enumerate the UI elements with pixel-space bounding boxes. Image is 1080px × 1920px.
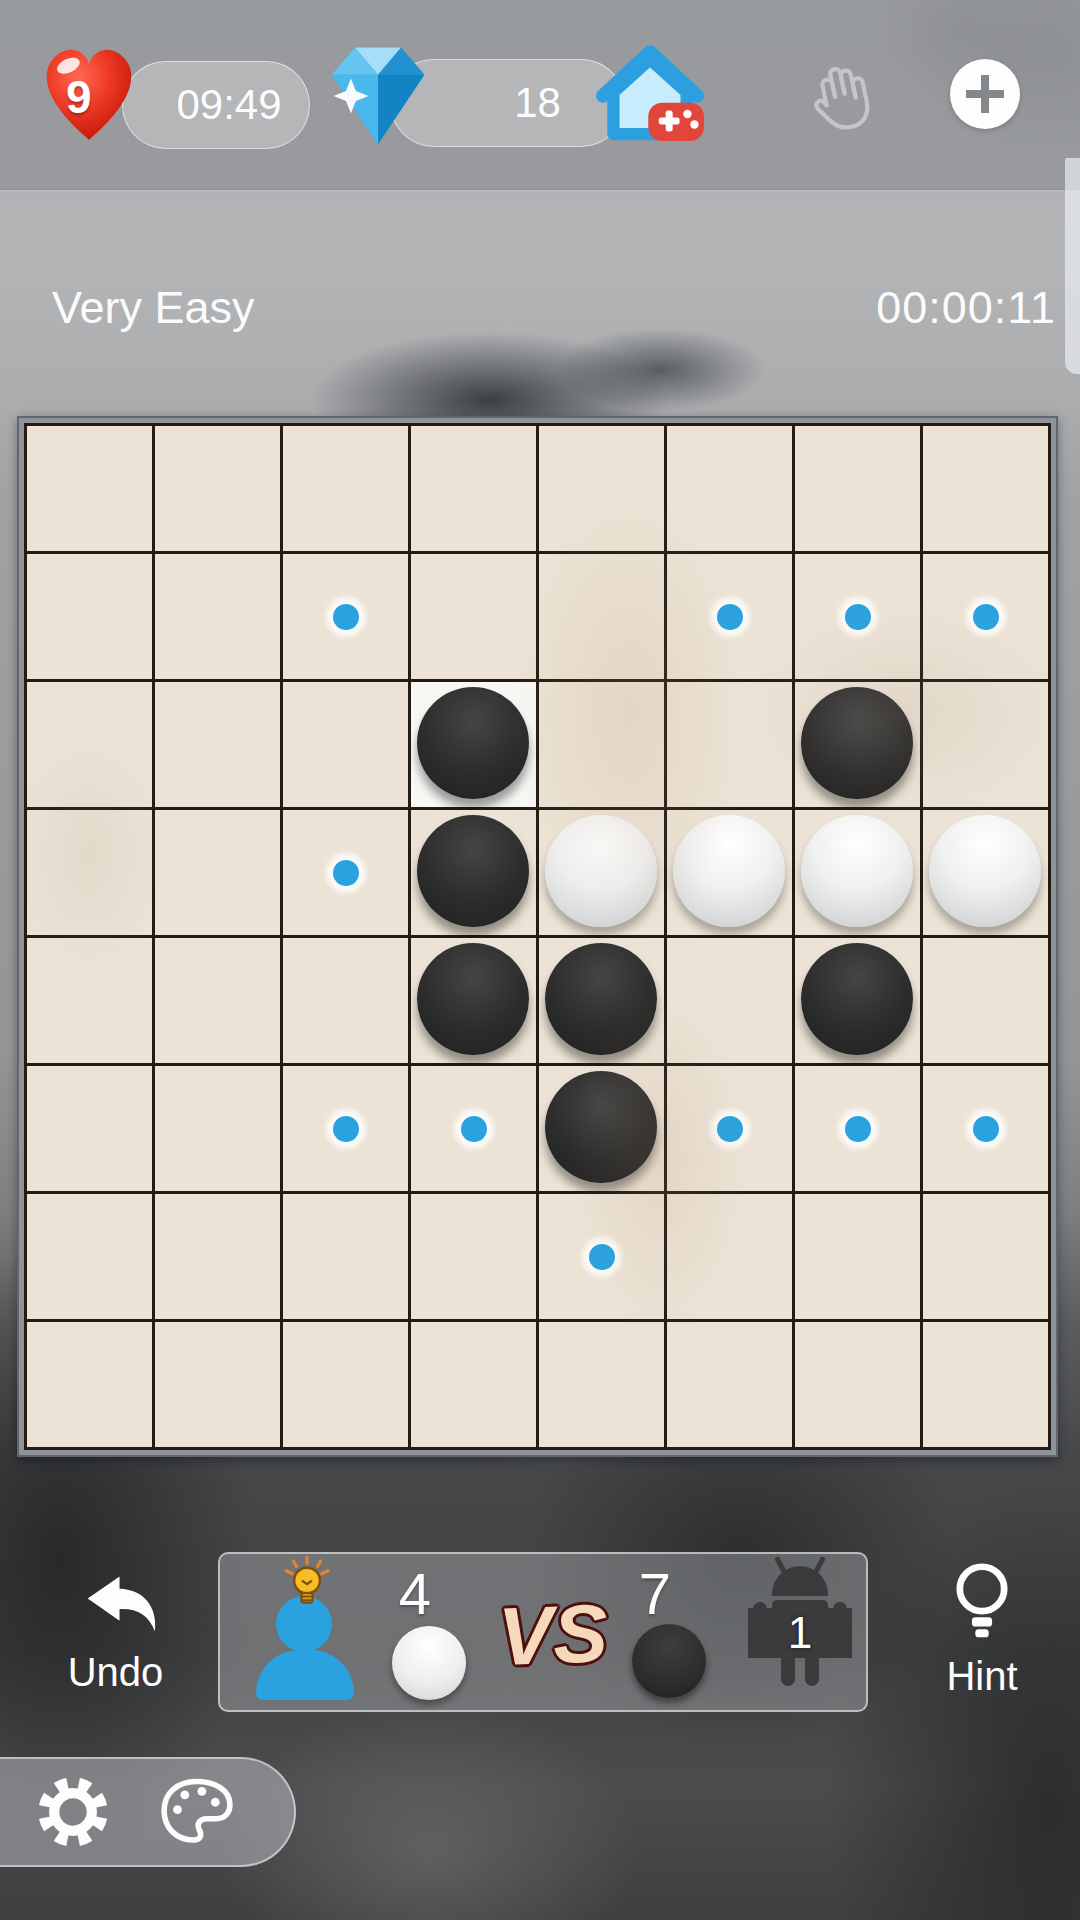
board-cell-g3[interactable] [795, 682, 920, 807]
board-cell-a1[interactable] [27, 426, 152, 551]
board-cell-e4[interactable] [539, 810, 664, 935]
board-cell-a7[interactable] [27, 1194, 152, 1319]
board-cell-f1[interactable] [667, 426, 792, 551]
white-disc-h4 [929, 815, 1041, 927]
board-cell-d4[interactable] [411, 810, 536, 935]
board-cell-c6[interactable] [283, 1066, 408, 1191]
board-cell-d7[interactable] [411, 1194, 536, 1319]
difficulty-label: Very Easy [52, 282, 255, 334]
black-disc-d3 [417, 687, 529, 799]
board-cell-a5[interactable] [27, 938, 152, 1063]
board-cell-h2[interactable] [923, 554, 1048, 679]
board-cell-c7[interactable] [283, 1194, 408, 1319]
board-cell-b8[interactable] [155, 1322, 280, 1447]
palette-icon[interactable] [158, 1773, 236, 1851]
scrollbar[interactable] [1065, 158, 1080, 374]
black-disc-e6 [545, 1071, 657, 1183]
undo-label: Undo [48, 1650, 183, 1695]
android-robot-icon: 1 [748, 1564, 852, 1700]
game-timer: 00:00:11 [876, 282, 1056, 334]
legal-move-dot-c2[interactable] [333, 604, 359, 630]
board-cell-g7[interactable] [795, 1194, 920, 1319]
board-cell-b5[interactable] [155, 938, 280, 1063]
board-cell-f7[interactable] [667, 1194, 792, 1319]
board-cell-d2[interactable] [411, 554, 536, 679]
legal-move-dot-f2[interactable] [717, 604, 743, 630]
board-cell-d8[interactable] [411, 1322, 536, 1447]
lives-count: 9 [66, 70, 92, 124]
board-cell-c2[interactable] [283, 554, 408, 679]
board-cell-c4[interactable] [283, 810, 408, 935]
board-cell-f2[interactable] [667, 554, 792, 679]
black-score: 7 [620, 1560, 690, 1627]
board-cell-h8[interactable] [923, 1322, 1048, 1447]
board-cell-e7[interactable] [539, 1194, 664, 1319]
vs-label: VS [476, 1577, 630, 1692]
board-cell-h4[interactable] [923, 810, 1048, 935]
hint-bulb-icon [947, 1558, 1017, 1644]
board-cell-f3[interactable] [667, 682, 792, 807]
board-cell-d1[interactable] [411, 426, 536, 551]
home-game-icon[interactable] [594, 40, 706, 148]
legal-move-dot-c6[interactable] [333, 1116, 359, 1142]
ai-level: 1 [748, 1608, 852, 1658]
lives-timer-label: 09:49 [176, 81, 281, 129]
legal-move-dot-g2[interactable] [845, 604, 871, 630]
gamepad-icon [648, 103, 704, 141]
tools-pill [0, 1757, 296, 1867]
person-with-idea-icon [246, 1562, 362, 1704]
black-disc-g3 [801, 687, 913, 799]
legal-move-dot-d6[interactable] [461, 1116, 487, 1142]
black-disc-e5 [545, 943, 657, 1055]
white-disc-e4 [545, 815, 657, 927]
board-cell-d6[interactable] [411, 1066, 536, 1191]
legal-move-dot-c4[interactable] [333, 860, 359, 886]
diamond-icon[interactable] [316, 36, 440, 152]
black-score-disc [632, 1624, 706, 1698]
white-score-disc [392, 1626, 466, 1700]
legal-move-dot-h2[interactable] [973, 604, 999, 630]
board-cell-a2[interactable] [27, 554, 152, 679]
board-cell-e5[interactable] [539, 938, 664, 1063]
board-cell-g6[interactable] [795, 1066, 920, 1191]
settings-gear-icon[interactable] [32, 1771, 114, 1853]
board-cell-h6[interactable] [923, 1066, 1048, 1191]
board-cell-a4[interactable] [27, 810, 152, 935]
board-cell-b4[interactable] [155, 810, 280, 935]
idea-bulb-icon [282, 1556, 332, 1610]
white-score: 4 [380, 1560, 450, 1627]
board-cell-e8[interactable] [539, 1322, 664, 1447]
board-cell-a8[interactable] [27, 1322, 152, 1447]
robot-leg [805, 1658, 819, 1686]
person-body [256, 1650, 354, 1700]
board-cell-a6[interactable] [27, 1066, 152, 1191]
undo-arrow-icon [70, 1566, 162, 1640]
board-cell-f4[interactable] [667, 810, 792, 935]
board-cell-f8[interactable] [667, 1322, 792, 1447]
hint-button[interactable]: Hint [912, 1558, 1052, 1699]
white-disc-g4 [801, 815, 913, 927]
black-disc-d5 [417, 943, 529, 1055]
board-cell-f5[interactable] [667, 938, 792, 1063]
board-cell-g1[interactable] [795, 426, 920, 551]
board-cell-g2[interactable] [795, 554, 920, 679]
board-cell-c8[interactable] [283, 1322, 408, 1447]
board-cell-a3[interactable] [27, 682, 152, 807]
versus-panel: 4 VS 7 1 [218, 1552, 868, 1712]
board-cell-e3[interactable] [539, 682, 664, 807]
board-cell-f6[interactable] [667, 1066, 792, 1191]
board-cell-d5[interactable] [411, 938, 536, 1063]
board-cell-b6[interactable] [155, 1066, 280, 1191]
top-bar: 09:49 9 18 [0, 0, 1080, 190]
black-disc-d4 [417, 815, 529, 927]
white-disc-f4 [673, 815, 785, 927]
gems-count: 18 [514, 79, 561, 127]
board-cell-g8[interactable] [795, 1322, 920, 1447]
board-cell-e6[interactable] [539, 1066, 664, 1191]
hand-icon[interactable] [800, 50, 880, 142]
legal-move-dot-f6[interactable] [717, 1116, 743, 1142]
board-cell-b7[interactable] [155, 1194, 280, 1319]
robot-leg [781, 1658, 795, 1686]
board-cell-h7[interactable] [923, 1194, 1048, 1319]
board-cell-h5[interactable] [923, 938, 1048, 1063]
board-cell-d3[interactable] [411, 682, 536, 807]
board-cell-e1[interactable] [539, 426, 664, 551]
board-cell-h1[interactable] [923, 426, 1048, 551]
board-cell-c5[interactable] [283, 938, 408, 1063]
board-cell-e2[interactable] [539, 554, 664, 679]
legal-move-dot-g6[interactable] [845, 1116, 871, 1142]
board-cell-g4[interactable] [795, 810, 920, 935]
board-cell-b3[interactable] [155, 682, 280, 807]
plus-icon[interactable] [950, 59, 1020, 129]
hint-label: Hint [912, 1654, 1052, 1699]
undo-button[interactable]: Undo [48, 1566, 183, 1695]
board-cell-b2[interactable] [155, 554, 280, 679]
board-cell-c1[interactable] [283, 426, 408, 551]
board-cell-b1[interactable] [155, 426, 280, 551]
board-cell-c3[interactable] [283, 682, 408, 807]
black-disc-g5 [801, 943, 913, 1055]
board-cell-g5[interactable] [795, 938, 920, 1063]
board-cell-h3[interactable] [923, 682, 1048, 807]
lives-timer-pill[interactable]: 09:49 [122, 61, 310, 149]
legal-move-dot-e7[interactable] [589, 1244, 615, 1270]
othello-board [24, 423, 1051, 1450]
legal-move-dot-h6[interactable] [973, 1116, 999, 1142]
board-frame [17, 416, 1058, 1457]
